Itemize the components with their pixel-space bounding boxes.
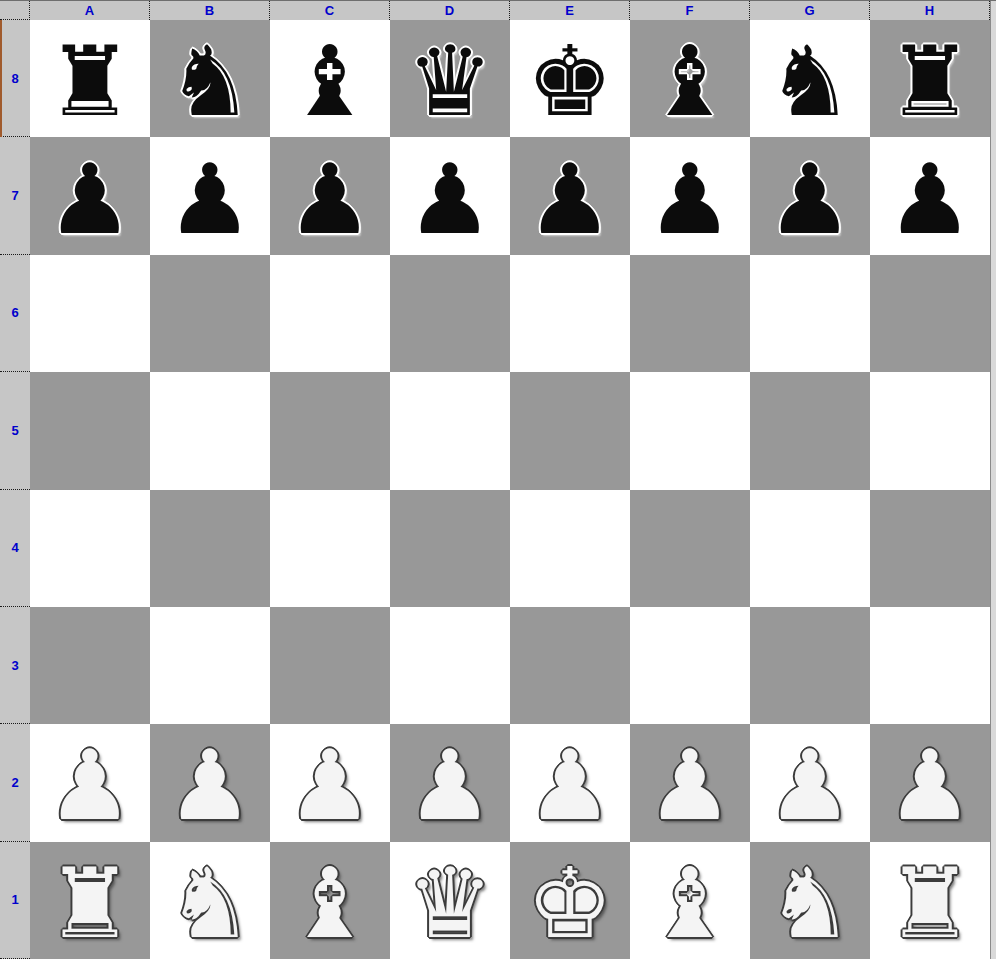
square-c6[interactable] (270, 255, 390, 372)
right-edge-strip (990, 1, 996, 959)
square-a6[interactable] (30, 255, 150, 372)
square-c4[interactable] (270, 490, 390, 607)
piece-white-pawn[interactable]: ♟ (47, 737, 134, 834)
square-b8[interactable]: ♞ (150, 20, 270, 137)
square-e1[interactable]: ♚ (510, 842, 630, 959)
piece-black-knight[interactable]: ♞ (167, 33, 254, 130)
square-e4[interactable] (510, 490, 630, 607)
piece-black-pawn[interactable]: ♟ (767, 151, 854, 248)
piece-black-pawn[interactable]: ♟ (287, 151, 374, 248)
square-e5[interactable] (510, 372, 630, 489)
square-b7[interactable]: ♟ (150, 137, 270, 254)
square-b2[interactable]: ♟ (150, 724, 270, 841)
square-b5[interactable] (150, 372, 270, 489)
file-header-c: C (270, 1, 390, 20)
square-a3[interactable] (30, 607, 150, 724)
piece-black-pawn[interactable]: ♟ (527, 151, 614, 248)
square-c8[interactable]: ♝ (270, 20, 390, 137)
piece-white-bishop[interactable]: ♝ (287, 855, 374, 952)
chess-app-window: ABCDEFGH8♜♞♝♛♚♝♞♜7♟♟♟♟♟♟♟♟65432♟♟♟♟♟♟♟♟1… (0, 0, 996, 959)
file-header-d: D (390, 1, 510, 20)
piece-white-pawn[interactable]: ♟ (887, 737, 974, 834)
piece-white-pawn[interactable]: ♟ (767, 737, 854, 834)
square-h8[interactable]: ♜ (870, 20, 990, 137)
square-c5[interactable] (270, 372, 390, 489)
square-h2[interactable]: ♟ (870, 724, 990, 841)
square-h3[interactable] (870, 607, 990, 724)
square-e7[interactable]: ♟ (510, 137, 630, 254)
square-h7[interactable]: ♟ (870, 137, 990, 254)
square-h4[interactable] (870, 490, 990, 607)
square-d8[interactable]: ♛ (390, 20, 510, 137)
square-a5[interactable] (30, 372, 150, 489)
square-b3[interactable] (150, 607, 270, 724)
rank-label-2: 2 (0, 724, 30, 841)
square-a4[interactable] (30, 490, 150, 607)
square-g4[interactable] (750, 490, 870, 607)
chess-board: ABCDEFGH8♜♞♝♛♚♝♞♜7♟♟♟♟♟♟♟♟65432♟♟♟♟♟♟♟♟1… (0, 1, 990, 959)
piece-white-pawn[interactable]: ♟ (527, 737, 614, 834)
piece-white-knight[interactable]: ♞ (167, 855, 254, 952)
square-g1[interactable]: ♞ (750, 842, 870, 959)
rank-label-7: 7 (0, 137, 30, 254)
piece-white-pawn[interactable]: ♟ (287, 737, 374, 834)
square-f7[interactable]: ♟ (630, 137, 750, 254)
piece-white-king[interactable]: ♚ (527, 855, 614, 952)
square-g7[interactable]: ♟ (750, 137, 870, 254)
square-d5[interactable] (390, 372, 510, 489)
rank-label-4: 4 (0, 490, 30, 607)
piece-black-pawn[interactable]: ♟ (407, 151, 494, 248)
square-e8[interactable]: ♚ (510, 20, 630, 137)
square-a7[interactable]: ♟ (30, 137, 150, 254)
square-c2[interactable]: ♟ (270, 724, 390, 841)
square-h6[interactable] (870, 255, 990, 372)
square-d1[interactable]: ♛ (390, 842, 510, 959)
square-f3[interactable] (630, 607, 750, 724)
square-g3[interactable] (750, 607, 870, 724)
piece-black-bishop[interactable]: ♝ (647, 33, 734, 130)
square-d6[interactable] (390, 255, 510, 372)
file-header-f: F (630, 1, 750, 20)
square-c1[interactable]: ♝ (270, 842, 390, 959)
piece-white-queen[interactable]: ♛ (407, 855, 494, 952)
piece-white-rook[interactable]: ♜ (887, 855, 974, 952)
square-b6[interactable] (150, 255, 270, 372)
piece-black-king[interactable]: ♚ (527, 33, 614, 130)
square-d7[interactable]: ♟ (390, 137, 510, 254)
square-a8[interactable]: ♜ (30, 20, 150, 137)
square-f5[interactable] (630, 372, 750, 489)
rank-label-1: 1 (0, 842, 30, 959)
piece-black-knight[interactable]: ♞ (767, 33, 854, 130)
piece-black-pawn[interactable]: ♟ (167, 151, 254, 248)
square-h1[interactable]: ♜ (870, 842, 990, 959)
piece-black-rook[interactable]: ♜ (47, 33, 134, 130)
square-e3[interactable] (510, 607, 630, 724)
square-h5[interactable] (870, 372, 990, 489)
piece-black-pawn[interactable]: ♟ (47, 151, 134, 248)
left-accent-bar (0, 20, 2, 137)
square-d2[interactable]: ♟ (390, 724, 510, 841)
square-e2[interactable]: ♟ (510, 724, 630, 841)
file-header-b: B (150, 1, 270, 20)
file-header-a: A (30, 1, 150, 20)
piece-white-rook[interactable]: ♜ (47, 855, 134, 952)
file-header-g: G (750, 1, 870, 20)
square-f2[interactable]: ♟ (630, 724, 750, 841)
square-f8[interactable]: ♝ (630, 20, 750, 137)
rank-label-6: 6 (0, 255, 30, 372)
piece-white-knight[interactable]: ♞ (767, 855, 854, 952)
square-g5[interactable] (750, 372, 870, 489)
rank-label-8: 8 (0, 20, 30, 137)
piece-black-pawn[interactable]: ♟ (647, 151, 734, 248)
piece-white-pawn[interactable]: ♟ (647, 737, 734, 834)
piece-black-queen[interactable]: ♛ (407, 33, 494, 130)
square-f4[interactable] (630, 490, 750, 607)
piece-white-pawn[interactable]: ♟ (167, 737, 254, 834)
square-d3[interactable] (390, 607, 510, 724)
piece-white-bishop[interactable]: ♝ (647, 855, 734, 952)
piece-black-pawn[interactable]: ♟ (887, 151, 974, 248)
square-c7[interactable]: ♟ (270, 137, 390, 254)
square-b4[interactable] (150, 490, 270, 607)
square-e6[interactable] (510, 255, 630, 372)
square-a1[interactable]: ♜ (30, 842, 150, 959)
square-c3[interactable] (270, 607, 390, 724)
square-b1[interactable]: ♞ (150, 842, 270, 959)
square-a2[interactable]: ♟ (30, 724, 150, 841)
rank-label-5: 5 (0, 372, 30, 489)
rank-label-3: 3 (0, 607, 30, 724)
piece-black-rook[interactable]: ♜ (887, 33, 974, 130)
file-header-h: H (870, 1, 990, 20)
file-header-e: E (510, 1, 630, 20)
square-f6[interactable] (630, 255, 750, 372)
square-g2[interactable]: ♟ (750, 724, 870, 841)
square-g8[interactable]: ♞ (750, 20, 870, 137)
square-d4[interactable] (390, 490, 510, 607)
piece-black-bishop[interactable]: ♝ (287, 33, 374, 130)
corner-cell (0, 1, 30, 20)
piece-white-pawn[interactable]: ♟ (407, 737, 494, 834)
square-f1[interactable]: ♝ (630, 842, 750, 959)
square-g6[interactable] (750, 255, 870, 372)
